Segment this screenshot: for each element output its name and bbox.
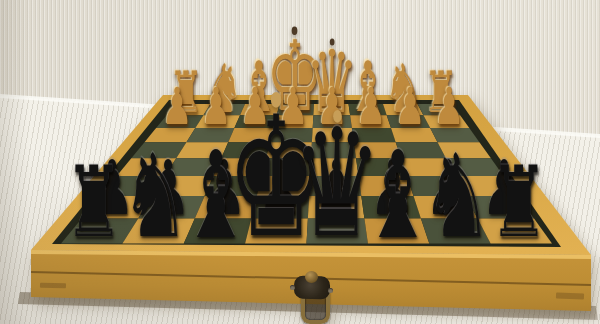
piece-bN-b8[interactable]: ♞ (424, 139, 493, 254)
white-queen-finial (329, 38, 334, 45)
piece-bR-a8[interactable]: ♜ (490, 154, 549, 252)
piece-wP-a2[interactable]: ♟ (433, 82, 464, 133)
black-queen-finial (333, 110, 342, 123)
pieces-layer: ♜♞♝♚♛♝♞♜♟♟♟♟♟♟♟♟♟♟♟♟♟♟♟♟♜♞♝♚♛♝♞♜ (0, 0, 600, 324)
piece-bR-h8[interactable]: ♜ (65, 154, 124, 252)
scene: ♜♞♝♚♛♝♞♜♟♟♟♟♟♟♟♟♟♟♟♟♟♟♟♟♜♞♝♚♛♝♞♜ (0, 0, 600, 324)
white-king-finial (292, 26, 298, 35)
black-king-finial (271, 92, 281, 108)
